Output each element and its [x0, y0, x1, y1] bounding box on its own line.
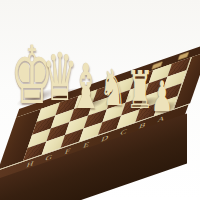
white-pawn: ♟: [149, 76, 174, 118]
chess-set-photo: HGFEDCBA ♚♛♝♞♜♟: [0, 0, 200, 200]
